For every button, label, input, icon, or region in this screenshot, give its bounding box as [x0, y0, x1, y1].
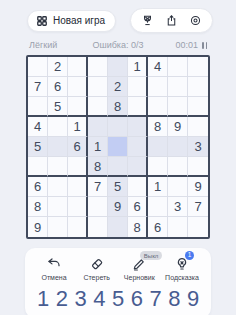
sudoku-cell[interactable] [108, 137, 128, 157]
sudoku-cell[interactable] [68, 57, 88, 77]
trophy-icon[interactable] [141, 14, 154, 27]
sudoku-cell[interactable]: 2 [108, 77, 128, 97]
numpad: 123456789 [31, 281, 205, 312]
draft-button[interactable]: Выкл Черновик [118, 256, 160, 281]
timer: 00:01 [175, 40, 198, 50]
sudoku-cell[interactable] [88, 97, 108, 117]
sudoku-cell[interactable] [48, 117, 68, 137]
sudoku-cell[interactable]: 6 [128, 197, 148, 217]
sudoku-cell[interactable] [188, 217, 208, 237]
sudoku-cell[interactable]: 6 [68, 137, 88, 157]
numpad-digit-9[interactable]: 9 [184, 286, 202, 312]
sudoku-cell[interactable] [28, 97, 48, 117]
sudoku-cell[interactable] [188, 97, 208, 117]
sudoku-cell[interactable] [48, 137, 68, 157]
hint-button[interactable]: 1 Подсказка [161, 256, 203, 281]
sudoku-cell[interactable] [48, 197, 68, 217]
numpad-digit-7[interactable]: 7 [147, 286, 165, 312]
sudoku-cell[interactable] [188, 57, 208, 77]
sudoku-cell[interactable] [88, 117, 108, 137]
sudoku-cell[interactable] [128, 117, 148, 137]
erase-label: Стереть [83, 274, 109, 281]
grid-icon [36, 15, 48, 27]
pause-icon[interactable] [202, 42, 207, 49]
sudoku-cell[interactable] [48, 157, 68, 177]
sudoku-cell[interactable]: 4 [28, 117, 48, 137]
numpad-digit-3[interactable]: 3 [72, 286, 90, 312]
sudoku-cell[interactable] [148, 137, 168, 157]
sudoku-cell[interactable] [88, 217, 108, 237]
settings-icon[interactable] [189, 14, 202, 27]
undo-button[interactable]: Отмена [33, 256, 75, 281]
hint-label: Подсказка [165, 274, 199, 281]
sudoku-cell[interactable]: 6 [28, 177, 48, 197]
eraser-icon [89, 256, 105, 272]
sudoku-cell[interactable] [68, 197, 88, 217]
sudoku-cell[interactable]: 5 [48, 97, 68, 117]
share-icon[interactable] [165, 14, 178, 27]
sudoku-cell[interactable] [188, 117, 208, 137]
sudoku-cell[interactable] [28, 57, 48, 77]
sudoku-cell[interactable] [108, 117, 128, 137]
sudoku-cell[interactable]: 8 [128, 217, 148, 237]
status-bar: Лёгкий Ошибка: 0/3 00:01 [0, 33, 236, 50]
sudoku-cell[interactable]: 3 [168, 197, 188, 217]
control-panel: Отмена Стереть Выкл Черн [25, 248, 211, 315]
sudoku-cell[interactable] [188, 77, 208, 97]
numpad-digit-6[interactable]: 6 [128, 286, 146, 312]
sudoku-cell[interactable]: 5 [28, 137, 48, 157]
sudoku-cell[interactable]: 7 [28, 77, 48, 97]
sudoku-cell[interactable] [128, 177, 148, 197]
numpad-digit-4[interactable]: 4 [90, 286, 108, 312]
numpad-digit-1[interactable]: 1 [34, 286, 52, 312]
sudoku-cell[interactable]: 8 [148, 117, 168, 137]
sudoku-cell[interactable] [168, 97, 188, 117]
undo-label: Отмена [41, 274, 66, 281]
sudoku-cell[interactable] [68, 177, 88, 197]
undo-icon [46, 256, 62, 272]
sudoku-cell[interactable]: 8 [88, 157, 108, 177]
sudoku-cell[interactable]: 2 [48, 57, 68, 77]
sudoku-cell[interactable]: 9 [188, 177, 208, 197]
sudoku-cell[interactable] [168, 77, 188, 97]
numpad-digit-2[interactable]: 2 [53, 286, 71, 312]
sudoku-cell[interactable]: 7 [188, 197, 208, 217]
sudoku-cell[interactable]: 7 [88, 177, 108, 197]
sudoku-cell[interactable] [168, 157, 188, 177]
sudoku-cell[interactable] [168, 57, 188, 77]
sudoku-cell[interactable]: 8 [108, 97, 128, 117]
sudoku-cell[interactable]: 1 [68, 117, 88, 137]
sudoku-cell[interactable]: 4 [148, 57, 168, 77]
sudoku-cell[interactable] [48, 217, 68, 237]
top-bar: Новая игра [0, 0, 236, 33]
sudoku-cell[interactable] [48, 177, 68, 197]
erase-button[interactable]: Стереть [76, 256, 118, 281]
difficulty-label: Лёгкий [29, 40, 81, 50]
toolbar: Отмена Стереть Выкл Черн [31, 256, 205, 281]
mistakes-counter: Ошибка: 0/3 [81, 40, 154, 50]
sudoku-cell[interactable] [108, 57, 128, 77]
sudoku-cell[interactable] [88, 57, 108, 77]
sudoku-cell[interactable]: 9 [28, 217, 48, 237]
sudoku-cell[interactable]: 9 [168, 117, 188, 137]
sudoku-cell[interactable] [68, 217, 88, 237]
sudoku-cell[interactable] [28, 157, 48, 177]
sudoku-cell[interactable]: 8 [28, 197, 48, 217]
header-icon-bar [130, 8, 213, 33]
new-game-button[interactable]: Новая игра [27, 10, 116, 32]
sudoku-cell[interactable] [68, 157, 88, 177]
sudoku-cell[interactable] [168, 217, 188, 237]
sudoku-cell[interactable]: 1 [88, 137, 108, 157]
sudoku-cell[interactable] [148, 97, 168, 117]
sudoku-cell[interactable] [168, 177, 188, 197]
sudoku-cell[interactable]: 1 [128, 57, 148, 77]
sudoku-cell[interactable] [68, 97, 88, 117]
numpad-digit-8[interactable]: 8 [165, 286, 183, 312]
sudoku-cell[interactable]: 1 [148, 177, 168, 197]
sudoku-cell[interactable] [68, 77, 88, 97]
sudoku-cell[interactable] [88, 77, 108, 97]
sudoku-cell[interactable] [128, 157, 148, 177]
sudoku-cell[interactable] [128, 97, 148, 117]
numpad-digit-5[interactable]: 5 [109, 286, 127, 312]
new-game-label: Новая игра [53, 15, 105, 26]
sudoku-cell[interactable] [168, 137, 188, 157]
sudoku-cell[interactable] [88, 197, 108, 217]
sudoku-cell[interactable] [128, 137, 148, 157]
sudoku-cell[interactable] [188, 157, 208, 177]
draft-label: Черновик [124, 274, 155, 281]
sudoku-cell[interactable] [108, 157, 128, 177]
sudoku-board: 214762584189561386751989637986 [26, 55, 210, 239]
draft-state-badge: Выкл [140, 251, 162, 260]
sudoku-cell[interactable] [148, 157, 168, 177]
sudoku-cell[interactable] [148, 77, 168, 97]
hint-count-badge: 1 [185, 251, 194, 260]
sudoku-cell[interactable]: 6 [148, 217, 168, 237]
sudoku-cell[interactable] [148, 197, 168, 217]
sudoku-cell[interactable] [108, 217, 128, 237]
sudoku-cell[interactable]: 6 [48, 77, 68, 97]
sudoku-cell[interactable]: 5 [108, 177, 128, 197]
sudoku-cell[interactable]: 9 [108, 197, 128, 217]
sudoku-cell[interactable]: 3 [188, 137, 208, 157]
sudoku-cell[interactable] [128, 77, 148, 97]
